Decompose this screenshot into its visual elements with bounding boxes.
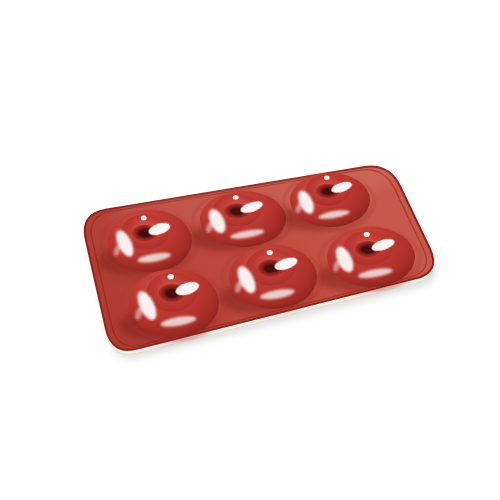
highlight-rim-dot — [168, 274, 174, 279]
highlight-rim-dot — [324, 176, 330, 180]
donut-pan-image — [0, 0, 500, 500]
highlight-rim-dot — [141, 216, 147, 221]
product-photo — [0, 0, 500, 500]
highlight-rim-dot — [233, 195, 239, 199]
highlight-rim-dot — [267, 250, 273, 255]
highlight-rim-dot — [364, 232, 370, 237]
